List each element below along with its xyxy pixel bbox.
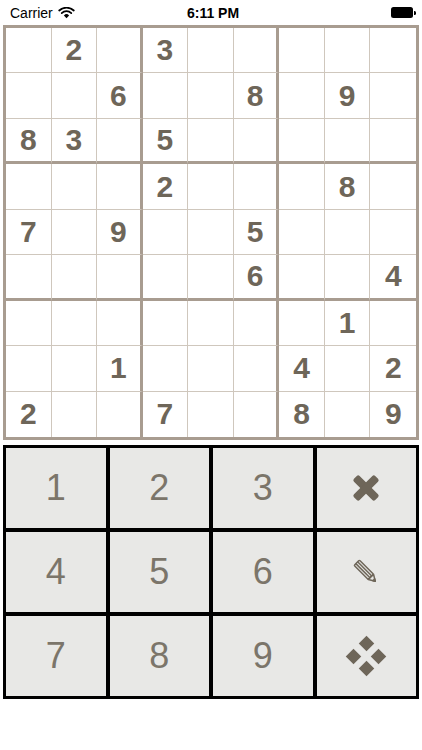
sudoku-cell[interactable]	[97, 255, 143, 300]
sudoku-cell[interactable]: 5	[143, 119, 189, 164]
sudoku-cell[interactable]	[370, 210, 416, 255]
clear-icon	[351, 473, 381, 503]
sudoku-cell[interactable]	[143, 301, 189, 346]
key-2[interactable]: 2	[110, 448, 210, 528]
sudoku-cell[interactable]: 9	[370, 392, 416, 437]
sudoku-cell[interactable]: 6	[234, 255, 280, 300]
sudoku-cell[interactable]	[370, 28, 416, 73]
sudoku-cell[interactable]	[325, 346, 371, 391]
sudoku-cell[interactable]	[188, 301, 234, 346]
sudoku-cell[interactable]	[234, 392, 280, 437]
sudoku-cell[interactable]	[370, 164, 416, 209]
moves-button[interactable]	[317, 616, 417, 696]
sudoku-cell[interactable]	[143, 255, 189, 300]
sudoku-cell[interactable]: 6	[97, 73, 143, 118]
sudoku-cell[interactable]	[143, 346, 189, 391]
pencil-icon	[351, 557, 381, 587]
sudoku-cell[interactable]	[325, 392, 371, 437]
sudoku-cell[interactable]	[188, 210, 234, 255]
keypad: 123456789	[3, 445, 419, 699]
sudoku-cell[interactable]	[279, 164, 325, 209]
sudoku-cell[interactable]: 2	[143, 164, 189, 209]
key-7[interactable]: 7	[6, 616, 106, 696]
sudoku-cell[interactable]: 3	[52, 119, 98, 164]
sudoku-cell[interactable]: 3	[143, 28, 189, 73]
wifi-icon	[58, 7, 75, 19]
sudoku-cell[interactable]	[234, 164, 280, 209]
sudoku-cell[interactable]	[52, 346, 98, 391]
sudoku-cell[interactable]	[6, 73, 52, 118]
sudoku-cell[interactable]	[325, 28, 371, 73]
sudoku-cell[interactable]	[143, 73, 189, 118]
sudoku-cell[interactable]: 8	[279, 392, 325, 437]
sudoku-cell[interactable]	[279, 210, 325, 255]
sudoku-cell[interactable]: 8	[234, 73, 280, 118]
sudoku-cell[interactable]: 4	[370, 255, 416, 300]
key-6[interactable]: 6	[213, 532, 313, 612]
carrier-label: Carrier	[10, 5, 53, 21]
sudoku-cell[interactable]	[188, 164, 234, 209]
sudoku-cell[interactable]	[279, 301, 325, 346]
sudoku-cell[interactable]	[325, 119, 371, 164]
sudoku-cell[interactable]	[52, 210, 98, 255]
sudoku-cell[interactable]	[188, 255, 234, 300]
sudoku-cell[interactable]	[234, 301, 280, 346]
sudoku-cell[interactable]	[52, 392, 98, 437]
sudoku-cell[interactable]	[279, 119, 325, 164]
sudoku-cell[interactable]: 8	[6, 119, 52, 164]
sudoku-cell[interactable]	[97, 392, 143, 437]
sudoku-cell[interactable]: 5	[234, 210, 280, 255]
sudoku-cell[interactable]	[52, 301, 98, 346]
sudoku-cell[interactable]	[370, 301, 416, 346]
sudoku-cell[interactable]	[325, 210, 371, 255]
sudoku-cell[interactable]	[97, 301, 143, 346]
sudoku-cell[interactable]: 1	[325, 301, 371, 346]
sudoku-cell[interactable]	[234, 346, 280, 391]
sudoku-cell[interactable]	[97, 119, 143, 164]
sudoku-cell[interactable]	[52, 255, 98, 300]
sudoku-cell[interactable]	[6, 164, 52, 209]
sudoku-cell[interactable]	[234, 119, 280, 164]
sudoku-cell[interactable]: 9	[97, 210, 143, 255]
sudoku-board: 23689835287956411422789	[3, 25, 419, 440]
sudoku-cell[interactable]	[279, 255, 325, 300]
sudoku-cell[interactable]	[97, 28, 143, 73]
sudoku-cell[interactable]	[188, 28, 234, 73]
sudoku-cell[interactable]	[370, 73, 416, 118]
key-1[interactable]: 1	[6, 448, 106, 528]
key-9[interactable]: 9	[213, 616, 313, 696]
sudoku-cell[interactable]	[188, 119, 234, 164]
sudoku-cell[interactable]	[188, 392, 234, 437]
sudoku-cell[interactable]	[97, 164, 143, 209]
moves-icon	[348, 638, 384, 674]
sudoku-cell[interactable]	[370, 119, 416, 164]
sudoku-cell[interactable]	[52, 73, 98, 118]
sudoku-cell[interactable]: 2	[6, 392, 52, 437]
key-3[interactable]: 3	[213, 448, 313, 528]
sudoku-cell[interactable]: 8	[325, 164, 371, 209]
key-5[interactable]: 5	[110, 532, 210, 612]
sudoku-cell[interactable]: 4	[279, 346, 325, 391]
sudoku-cell[interactable]	[325, 255, 371, 300]
sudoku-cell[interactable]: 7	[143, 392, 189, 437]
sudoku-cell[interactable]	[6, 28, 52, 73]
sudoku-cell[interactable]	[188, 346, 234, 391]
clear-button[interactable]	[317, 448, 417, 528]
sudoku-cell[interactable]	[279, 28, 325, 73]
sudoku-cell[interactable]	[143, 210, 189, 255]
sudoku-cell[interactable]	[6, 255, 52, 300]
sudoku-cell[interactable]	[279, 73, 325, 118]
sudoku-cell[interactable]: 1	[97, 346, 143, 391]
sudoku-cell[interactable]	[234, 28, 280, 73]
sudoku-cell[interactable]	[188, 73, 234, 118]
sudoku-cell[interactable]: 2	[370, 346, 416, 391]
time-label: 6:11 PM	[187, 5, 239, 21]
key-8[interactable]: 8	[110, 616, 210, 696]
battery-icon	[391, 7, 416, 18]
sudoku-cell[interactable]: 9	[325, 73, 371, 118]
sudoku-cell[interactable]: 2	[52, 28, 98, 73]
sudoku-cell[interactable]	[6, 346, 52, 391]
sudoku-cell[interactable]: 7	[6, 210, 52, 255]
pencil-button[interactable]	[317, 532, 417, 612]
status-bar: Carrier 6:11 PM	[0, 0, 422, 23]
sudoku-cell[interactable]	[52, 164, 98, 209]
key-4[interactable]: 4	[6, 532, 106, 612]
sudoku-cell[interactable]	[6, 301, 52, 346]
